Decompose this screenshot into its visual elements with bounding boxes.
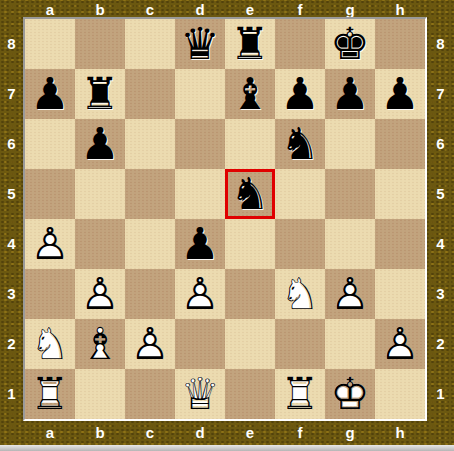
white-rook[interactable]: ♜♖ [275, 369, 325, 419]
square-f6[interactable]: ♞ [275, 119, 325, 169]
file-label-c: c [125, 421, 175, 445]
square-h8[interactable] [375, 19, 425, 69]
square-h2[interactable]: ♟♙ [375, 319, 425, 369]
white-knight-outline-icon: ♘ [25, 319, 75, 369]
square-h4[interactable] [375, 219, 425, 269]
file-label-b: b [75, 421, 125, 445]
square-b4[interactable] [75, 219, 125, 269]
white-pawn-icon: ♟ [325, 269, 375, 319]
square-d4[interactable]: ♟ [175, 219, 225, 269]
chess-window: abcdefgh abcdefgh 87654321 87654321 ♛♜♚♟… [0, 0, 454, 451]
file-label-h: h [375, 0, 425, 17]
white-pawn-icon: ♟ [375, 319, 425, 369]
black-pawn[interactable]: ♟ [325, 69, 375, 119]
rank-label-3: 3 [427, 269, 454, 319]
file-label-d: d [175, 421, 225, 445]
black-pawn[interactable]: ♟ [175, 219, 225, 269]
white-knight-icon: ♞ [275, 269, 325, 319]
square-a8[interactable] [25, 19, 75, 69]
file-label-e: e [225, 0, 275, 17]
file-label-f: f [275, 421, 325, 445]
file-label-d: d [175, 0, 225, 17]
square-b2[interactable]: ♝♗ [75, 319, 125, 369]
white-rook[interactable]: ♜♖ [25, 369, 75, 419]
file-label-e: e [225, 421, 275, 445]
rank-label-5: 5 [427, 169, 454, 219]
white-pawn[interactable]: ♟♙ [325, 269, 375, 319]
square-e6[interactable] [225, 119, 275, 169]
black-pawn-icon: ♟ [375, 69, 425, 119]
square-g1[interactable]: ♚♔ [325, 369, 375, 419]
square-e1[interactable] [225, 369, 275, 419]
black-knight-icon: ♞ [275, 119, 325, 169]
black-pawn[interactable]: ♟ [375, 69, 425, 119]
white-pawn-outline-icon: ♙ [75, 269, 125, 319]
white-queen[interactable]: ♛♕ [175, 369, 225, 419]
rank-label-2: 2 [0, 319, 23, 369]
square-f4[interactable] [275, 219, 325, 269]
black-bishop-icon: ♝ [225, 69, 275, 119]
square-b7[interactable]: ♜ [75, 69, 125, 119]
square-d3[interactable]: ♟♙ [175, 269, 225, 319]
white-pawn[interactable]: ♟♙ [125, 319, 175, 369]
square-a3[interactable] [25, 269, 75, 319]
black-pawn[interactable]: ♟ [25, 69, 75, 119]
square-a6[interactable] [25, 119, 75, 169]
board-frame: ♛♜♚♟♜♝♟♟♟♟♞♞♟♙♟♟♙♟♙♞♘♟♙♞♘♝♗♟♙♟♙♜♖♛♕♜♖♚♔ [23, 17, 427, 421]
square-c6[interactable] [125, 119, 175, 169]
square-f1[interactable]: ♜♖ [275, 369, 325, 419]
square-g6[interactable] [325, 119, 375, 169]
white-pawn[interactable]: ♟♙ [75, 269, 125, 319]
rank-label-3: 3 [0, 269, 23, 319]
square-h5[interactable] [375, 169, 425, 219]
square-b5[interactable] [75, 169, 125, 219]
square-g3[interactable]: ♟♙ [325, 269, 375, 319]
square-e5[interactable]: ♞ [225, 169, 275, 219]
white-king-outline-icon: ♔ [325, 369, 375, 419]
black-knight-icon: ♞ [225, 169, 275, 219]
square-d7[interactable] [175, 69, 225, 119]
square-g5[interactable] [325, 169, 375, 219]
square-a4[interactable]: ♟♙ [25, 219, 75, 269]
square-f5[interactable] [275, 169, 325, 219]
black-rook-icon: ♜ [75, 69, 125, 119]
black-queen[interactable]: ♛ [175, 19, 225, 69]
file-label-b: b [75, 0, 125, 17]
file-label-g: g [325, 421, 375, 445]
black-pawn[interactable]: ♟ [75, 119, 125, 169]
white-pawn-outline-icon: ♙ [175, 269, 225, 319]
white-bishop-outline-icon: ♗ [75, 319, 125, 369]
square-c5[interactable] [125, 169, 175, 219]
rank-label-1: 1 [427, 369, 454, 419]
square-f8[interactable] [275, 19, 325, 69]
square-d8[interactable]: ♛ [175, 19, 225, 69]
square-f7[interactable]: ♟ [275, 69, 325, 119]
white-knight-icon: ♞ [25, 319, 75, 369]
square-h7[interactable]: ♟ [375, 69, 425, 119]
white-bishop-icon: ♝ [75, 319, 125, 369]
square-a5[interactable] [25, 169, 75, 219]
square-e8[interactable]: ♜ [225, 19, 275, 69]
white-pawn[interactable]: ♟♙ [175, 269, 225, 319]
file-label-h: h [375, 421, 425, 445]
white-rook-icon: ♜ [25, 369, 75, 419]
square-f2[interactable] [275, 319, 325, 369]
file-label-c: c [125, 0, 175, 17]
file-label-g: g [325, 0, 375, 17]
black-pawn-icon: ♟ [275, 69, 325, 119]
square-c7[interactable] [125, 69, 175, 119]
rank-label-6: 6 [427, 119, 454, 169]
square-c4[interactable] [125, 219, 175, 269]
black-rook[interactable]: ♜ [225, 19, 275, 69]
square-e4[interactable] [225, 219, 275, 269]
square-d6[interactable] [175, 119, 225, 169]
square-f3[interactable]: ♞♘ [275, 269, 325, 319]
square-c3[interactable] [125, 269, 175, 319]
black-pawn[interactable]: ♟ [275, 69, 325, 119]
white-rook-outline-icon: ♖ [25, 369, 75, 419]
file-label-a: a [25, 421, 75, 445]
rank-label-6: 6 [0, 119, 23, 169]
file-labels-bottom: abcdefgh [25, 421, 425, 445]
white-rook-outline-icon: ♖ [275, 369, 325, 419]
rank-label-1: 1 [0, 369, 23, 419]
square-h1[interactable] [375, 369, 425, 419]
rank-label-2: 2 [427, 319, 454, 369]
rank-label-7: 7 [427, 69, 454, 119]
square-a7[interactable]: ♟ [25, 69, 75, 119]
black-bishop[interactable]: ♝ [225, 69, 275, 119]
white-pawn-icon: ♟ [75, 269, 125, 319]
square-g8[interactable]: ♚ [325, 19, 375, 69]
white-pawn-outline-icon: ♙ [25, 219, 75, 269]
white-pawn-icon: ♟ [25, 219, 75, 269]
file-label-f: f [275, 0, 325, 17]
rank-labels-left: 87654321 [0, 19, 23, 419]
black-pawn-icon: ♟ [25, 69, 75, 119]
rank-label-4: 4 [0, 219, 23, 269]
square-e7[interactable]: ♝ [225, 69, 275, 119]
black-king[interactable]: ♚ [325, 19, 375, 69]
rank-label-5: 5 [0, 169, 23, 219]
square-c2[interactable]: ♟♙ [125, 319, 175, 369]
square-b6[interactable]: ♟ [75, 119, 125, 169]
white-queen-icon: ♛ [175, 369, 225, 419]
board: ♛♜♚♟♜♝♟♟♟♟♞♞♟♙♟♟♙♟♙♞♘♟♙♞♘♝♗♟♙♟♙♜♖♛♕♜♖♚♔ [25, 19, 425, 419]
rank-labels-right: 87654321 [427, 19, 454, 419]
black-knight[interactable]: ♞ [275, 119, 325, 169]
rank-label-8: 8 [427, 19, 454, 69]
white-knight[interactable]: ♞♘ [25, 319, 75, 369]
white-king-icon: ♚ [325, 369, 375, 419]
square-b3[interactable]: ♟♙ [75, 269, 125, 319]
rank-label-8: 8 [0, 19, 23, 69]
square-c8[interactable] [125, 19, 175, 69]
white-pawn-icon: ♟ [175, 269, 225, 319]
square-d1[interactable]: ♛♕ [175, 369, 225, 419]
file-labels-top: abcdefgh [25, 0, 425, 17]
square-e3[interactable] [225, 269, 275, 319]
white-queen-outline-icon: ♕ [175, 369, 225, 419]
square-g4[interactable] [325, 219, 375, 269]
white-knight[interactable]: ♞♘ [275, 269, 325, 319]
black-king-icon: ♚ [325, 19, 375, 69]
black-queen-icon: ♛ [175, 19, 225, 69]
black-pawn-icon: ♟ [325, 69, 375, 119]
square-e2[interactable] [225, 319, 275, 369]
file-label-a: a [25, 0, 75, 17]
white-knight-outline-icon: ♘ [275, 269, 325, 319]
square-d2[interactable] [175, 319, 225, 369]
black-rook[interactable]: ♜ [75, 69, 125, 119]
white-pawn-outline-icon: ♙ [375, 319, 425, 369]
black-rook-icon: ♜ [225, 19, 275, 69]
rank-label-4: 4 [427, 219, 454, 269]
white-pawn-outline-icon: ♙ [125, 319, 175, 369]
white-pawn-icon: ♟ [125, 319, 175, 369]
square-b8[interactable] [75, 19, 125, 69]
white-rook-icon: ♜ [275, 369, 325, 419]
white-pawn[interactable]: ♟♙ [375, 319, 425, 369]
white-bishop[interactable]: ♝♗ [75, 319, 125, 369]
black-pawn-icon: ♟ [175, 219, 225, 269]
black-pawn-icon: ♟ [75, 119, 125, 169]
square-a2[interactable]: ♞♘ [25, 319, 75, 369]
black-knight[interactable]: ♞ [225, 169, 275, 219]
square-d5[interactable] [175, 169, 225, 219]
square-b1[interactable] [75, 369, 125, 419]
white-king[interactable]: ♚♔ [325, 369, 375, 419]
square-h3[interactable] [375, 269, 425, 319]
square-a1[interactable]: ♜♖ [25, 369, 75, 419]
white-pawn-outline-icon: ♙ [325, 269, 375, 319]
white-pawn[interactable]: ♟♙ [25, 219, 75, 269]
square-g7[interactable]: ♟ [325, 69, 375, 119]
square-c1[interactable] [125, 369, 175, 419]
window-bottom-edge [0, 445, 454, 451]
square-g2[interactable] [325, 319, 375, 369]
square-h6[interactable] [375, 119, 425, 169]
rank-label-7: 7 [0, 69, 23, 119]
